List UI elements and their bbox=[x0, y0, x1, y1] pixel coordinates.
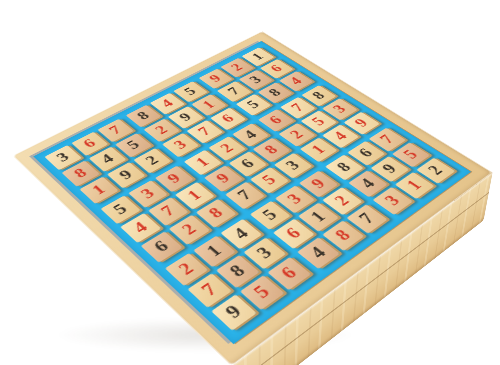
sudoku-board: 3678451928452913769217365845394716281249… bbox=[44, 46, 459, 332]
tile-r8c2[interactable]: 8 bbox=[216, 255, 259, 288]
tile-digit: 7 bbox=[158, 203, 178, 218]
tile-digit: 5 bbox=[400, 148, 421, 161]
tile-digit: 8 bbox=[309, 90, 327, 101]
sudoku-box-7: 214783956 bbox=[165, 217, 316, 332]
tile-digit: 5 bbox=[181, 86, 198, 97]
tile-r1c1[interactable]: 3 bbox=[44, 145, 81, 170]
tile-r9c4[interactable]: 4 bbox=[297, 237, 340, 269]
cell-r4c1: 5 bbox=[101, 194, 146, 226]
cell-r8c6: 2 bbox=[322, 186, 367, 217]
tile-digit: 9 bbox=[351, 117, 370, 129]
tile-digit: 2 bbox=[228, 62, 245, 72]
tile-digit: 2 bbox=[331, 193, 352, 208]
tile-r7c2[interactable]: 1 bbox=[193, 236, 235, 268]
tile-digit: 2 bbox=[217, 141, 236, 154]
cell-r6c1: 6 bbox=[141, 230, 188, 265]
tile-digit: 5 bbox=[124, 138, 142, 151]
cell-r8c7: 4 bbox=[348, 169, 392, 199]
cell-r4c2: 3 bbox=[128, 179, 172, 210]
tile-digit: 9 bbox=[176, 111, 194, 123]
cell-r9c8: 1 bbox=[395, 171, 439, 201]
tile-digit: 2 bbox=[142, 153, 161, 167]
tile-digit: 6 bbox=[267, 63, 284, 74]
tile-r7c6[interactable]: 9 bbox=[299, 171, 338, 198]
cell-r5c3: 1 bbox=[175, 181, 219, 212]
cell-r4c3: 9 bbox=[155, 164, 198, 193]
tile-digit: 1 bbox=[308, 143, 328, 156]
tile-digit: 1 bbox=[199, 99, 217, 111]
tile-r9c7[interactable]: 3 bbox=[373, 187, 413, 215]
tile-digit: 8 bbox=[261, 143, 280, 156]
tile-r8c5[interactable]: 1 bbox=[298, 203, 339, 232]
tile-digit: 7 bbox=[288, 102, 307, 114]
tile-digit: 4 bbox=[330, 129, 350, 142]
tile-digit: 8 bbox=[71, 166, 90, 180]
tile-r6c2[interactable]: 2 bbox=[169, 215, 210, 245]
tile-r9c8[interactable]: 1 bbox=[395, 172, 434, 199]
tile-r6c5[interactable]: 5 bbox=[250, 167, 289, 194]
tile-digit: 2 bbox=[152, 124, 170, 136]
tile-digit: 4 bbox=[158, 97, 176, 109]
cell-r3c1: 1 bbox=[80, 175, 123, 205]
tile-digit: 6 bbox=[80, 137, 98, 150]
tile-digit: 5 bbox=[259, 207, 280, 223]
tile-digit: 8 bbox=[134, 110, 152, 122]
tile-r9c5[interactable]: 8 bbox=[322, 221, 364, 251]
cell-r9c2: 5 bbox=[240, 274, 289, 312]
sudoku-box-4: 539471628 bbox=[101, 164, 241, 264]
tile-r5c3[interactable]: 1 bbox=[175, 182, 215, 210]
tile-r6c3[interactable]: 8 bbox=[196, 199, 236, 228]
tile-r7c3[interactable]: 4 bbox=[221, 219, 263, 249]
sudoku-box-8: 539612487 bbox=[250, 169, 392, 271]
cell-r9c1: 9 bbox=[211, 293, 261, 333]
cell-r7c2: 1 bbox=[193, 234, 240, 269]
cell-r7c3: 4 bbox=[221, 217, 267, 251]
tile-r2c1[interactable]: 8 bbox=[62, 161, 100, 187]
cell-r6c5: 5 bbox=[250, 166, 293, 195]
cell-r9c5: 8 bbox=[322, 219, 368, 253]
cell-r7c6: 9 bbox=[299, 169, 343, 199]
tile-digit: 9 bbox=[222, 302, 245, 321]
tile-digit: 1 bbox=[307, 209, 329, 225]
cell-r9c3: 6 bbox=[268, 255, 316, 292]
tile-r7c5[interactable]: 3 bbox=[275, 186, 315, 214]
tile-digit: 8 bbox=[331, 227, 353, 243]
tile-digit: 2 bbox=[175, 260, 197, 278]
tile-digit: 3 bbox=[253, 244, 275, 261]
tile-r4c2[interactable]: 3 bbox=[128, 180, 167, 207]
tile-digit: 6 bbox=[355, 146, 375, 159]
tile-digit: 5 bbox=[250, 282, 273, 301]
tile-digit: 6 bbox=[277, 264, 300, 282]
tile-digit: 7 bbox=[377, 133, 397, 146]
tile-digit: 8 bbox=[205, 205, 226, 220]
tile-r6c1[interactable]: 6 bbox=[141, 231, 183, 262]
cell-r7c1: 2 bbox=[165, 251, 213, 288]
tile-r5c1[interactable]: 4 bbox=[120, 213, 161, 243]
tile-digit: 3 bbox=[246, 74, 264, 85]
tile-digit: 9 bbox=[164, 171, 184, 185]
tile-digit: 5 bbox=[110, 201, 130, 216]
tile-digit: 8 bbox=[333, 160, 353, 174]
tile-digit: 6 bbox=[237, 157, 257, 171]
cell-r9c7: 3 bbox=[373, 186, 418, 217]
tile-digit: 3 bbox=[381, 193, 403, 208]
tile-r8c7[interactable]: 4 bbox=[348, 170, 387, 197]
tile-digit: 2 bbox=[424, 163, 445, 177]
product-photo-scene: 3678451928452913769217365845394716281249… bbox=[0, 0, 500, 365]
tile-digit: 4 bbox=[230, 225, 251, 241]
tile-r6c4[interactable]: 7 bbox=[225, 182, 265, 210]
tile-digit: 2 bbox=[178, 221, 199, 237]
tile-digit: 4 bbox=[287, 75, 305, 86]
tile-r5c2[interactable]: 7 bbox=[148, 197, 188, 226]
tile-digit: 1 bbox=[249, 51, 266, 61]
tile-digit: 5 bbox=[309, 115, 328, 127]
tile-r8c1[interactable]: 7 bbox=[188, 273, 232, 307]
tile-digit: 7 bbox=[234, 187, 254, 202]
tile-digit: 4 bbox=[306, 244, 328, 261]
tile-r9c1[interactable]: 9 bbox=[211, 294, 256, 330]
tile-digit: 3 bbox=[53, 150, 71, 163]
tile-r3c1[interactable]: 1 bbox=[80, 177, 119, 204]
tile-digit: 6 bbox=[151, 238, 172, 255]
cell-r3c2: 9 bbox=[107, 161, 150, 190]
tile-digit: 7 bbox=[106, 124, 124, 136]
tile-digit: 8 bbox=[266, 87, 284, 98]
tile-r9c2[interactable]: 5 bbox=[240, 275, 284, 310]
tile-digit: 3 bbox=[171, 138, 190, 151]
tile-digit: 7 bbox=[195, 125, 214, 138]
tile-r9c3[interactable]: 6 bbox=[268, 257, 312, 290]
tile-digit: 3 bbox=[284, 191, 305, 206]
cell-r9c4: 4 bbox=[297, 236, 344, 271]
cell-r7c5: 3 bbox=[275, 184, 319, 215]
cell-r9c6: 7 bbox=[347, 203, 393, 235]
tile-r7c1[interactable]: 2 bbox=[165, 253, 208, 286]
cell-r7c4: 5 bbox=[250, 199, 295, 231]
tile-digit: 9 bbox=[379, 162, 400, 176]
cell-r8c2: 8 bbox=[216, 253, 264, 290]
cell-r8c1: 7 bbox=[188, 272, 237, 310]
tile-digit: 4 bbox=[241, 128, 260, 141]
tile-digit: 7 bbox=[198, 280, 221, 298]
tile-r8c4[interactable]: 6 bbox=[273, 219, 315, 249]
cell-r5c2: 7 bbox=[148, 196, 193, 228]
tile-r8c6[interactable]: 2 bbox=[322, 187, 362, 215]
tile-digit: 1 bbox=[193, 155, 212, 169]
tile-digit: 9 bbox=[213, 171, 233, 185]
tile-digit: 7 bbox=[355, 210, 377, 226]
tile-r9c6[interactable]: 7 bbox=[347, 204, 388, 233]
tile-digit: 1 bbox=[403, 178, 424, 192]
tile-digit: 2 bbox=[287, 128, 306, 141]
cell-r8c3: 3 bbox=[244, 236, 291, 271]
tile-digit: 1 bbox=[89, 182, 108, 197]
sudoku-grid-field: 3678451928452913769217365845394716281249… bbox=[33, 41, 471, 344]
tile-digit: 4 bbox=[357, 176, 378, 190]
tile-digit: 9 bbox=[206, 73, 223, 84]
tile-digit: 1 bbox=[203, 242, 225, 259]
cell-r6c4: 7 bbox=[225, 180, 269, 211]
sudoku-wooden-box: 3678451928452913769217365845394716281249… bbox=[13, 31, 493, 365]
tile-digit: 4 bbox=[130, 219, 151, 235]
tile-digit: 6 bbox=[218, 112, 236, 124]
cell-r8c4: 6 bbox=[273, 217, 319, 251]
tile-r7c4[interactable]: 5 bbox=[250, 201, 291, 230]
tile-r5c4[interactable]: 9 bbox=[204, 165, 243, 191]
cell-r6c3: 8 bbox=[196, 197, 241, 229]
tile-digit: 5 bbox=[244, 99, 262, 111]
tile-digit: 5 bbox=[259, 173, 279, 187]
tile-r4c3[interactable]: 9 bbox=[155, 166, 194, 192]
tile-digit: 4 bbox=[98, 152, 117, 165]
cell-r5c4: 9 bbox=[204, 164, 247, 193]
cell-r5c1: 4 bbox=[120, 212, 166, 245]
tile-digit: 8 bbox=[226, 262, 248, 280]
cell-r6c2: 2 bbox=[169, 213, 215, 246]
tile-digit: 9 bbox=[308, 176, 329, 190]
tile-digit: 6 bbox=[282, 225, 304, 241]
tile-digit: 3 bbox=[330, 103, 349, 115]
tile-digit: 3 bbox=[138, 186, 158, 201]
tile-digit: 3 bbox=[282, 158, 302, 172]
tile-r3c2[interactable]: 9 bbox=[107, 162, 145, 188]
tile-digit: 9 bbox=[116, 168, 135, 182]
tile-digit: 7 bbox=[225, 85, 243, 96]
tile-r4c1[interactable]: 5 bbox=[101, 196, 141, 225]
tile-digit: 6 bbox=[266, 114, 285, 126]
tile-r8c3[interactable]: 3 bbox=[244, 238, 287, 270]
tile-digit: 1 bbox=[184, 188, 204, 203]
cell-r8c5: 1 bbox=[298, 201, 343, 233]
board-top-face: 3678451928452913769217365845394716281249… bbox=[13, 31, 493, 365]
